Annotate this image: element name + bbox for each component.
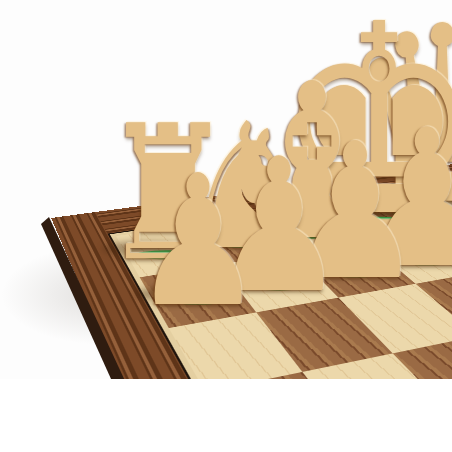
white-crop-strip	[0, 379, 452, 452]
piece-white-pawn-h2[interactable]: ♟	[133, 151, 263, 332]
chess-set-product-photo: ♜♞♝♚♛♟♟♟♟♟	[0, 0, 452, 452]
